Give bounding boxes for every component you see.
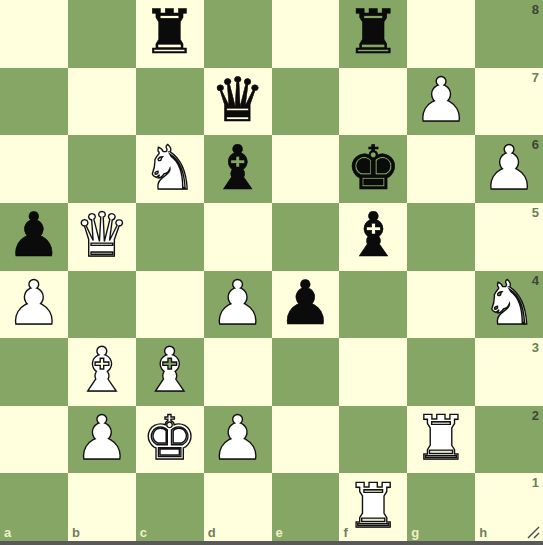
square-b2[interactable]: ♟	[68, 406, 136, 474]
resize-grip-icon[interactable]	[525, 526, 541, 539]
piece-white-pawn[interactable]: ♟	[414, 69, 469, 130]
square-g6[interactable]	[407, 135, 475, 203]
file-label-a: a	[4, 526, 11, 539]
chess-board: ♜♜8♛♟7♞♝♚♟6♟♛♝5♟♟♟♞4♝♝3♟♚♟♜2abcde♜fg1h	[0, 0, 543, 541]
rank-label-3: 3	[532, 341, 539, 354]
square-b7[interactable]	[68, 68, 136, 136]
square-a6[interactable]	[0, 135, 68, 203]
square-g1[interactable]: g	[407, 473, 475, 541]
chess-app-window: ♜♜8♛♟7♞♝♚♟6♟♛♝5♟♟♟♞4♝♝3♟♚♟♜2abcde♜fg1h	[0, 0, 543, 545]
square-e2[interactable]	[272, 406, 340, 474]
file-label-c: c	[140, 526, 147, 539]
square-c7[interactable]	[136, 68, 204, 136]
piece-white-bishop[interactable]: ♝	[74, 339, 129, 400]
square-e7[interactable]	[272, 68, 340, 136]
square-b3[interactable]: ♝	[68, 338, 136, 406]
square-g3[interactable]	[407, 338, 475, 406]
square-h8[interactable]: 8	[475, 0, 543, 68]
square-d5[interactable]	[204, 203, 272, 271]
piece-white-pawn[interactable]: ♟	[7, 272, 62, 333]
piece-white-pawn[interactable]: ♟	[482, 137, 537, 198]
square-h5[interactable]: 5	[475, 203, 543, 271]
square-h4[interactable]: ♞4	[475, 271, 543, 339]
square-f1[interactable]: ♜f	[339, 473, 407, 541]
square-e6[interactable]	[272, 135, 340, 203]
file-label-g: g	[411, 526, 419, 539]
piece-white-bishop[interactable]: ♝	[142, 339, 197, 400]
square-e3[interactable]	[272, 338, 340, 406]
piece-white-knight[interactable]: ♞	[142, 137, 197, 198]
square-d7[interactable]: ♛	[204, 68, 272, 136]
square-e5[interactable]	[272, 203, 340, 271]
square-a1[interactable]: a	[0, 473, 68, 541]
square-b4[interactable]	[68, 271, 136, 339]
piece-white-rook[interactable]: ♜	[414, 407, 469, 468]
piece-black-bishop[interactable]: ♝	[346, 204, 401, 265]
square-g7[interactable]: ♟	[407, 68, 475, 136]
rank-label-6: 6	[532, 138, 539, 151]
square-a3[interactable]	[0, 338, 68, 406]
square-h3[interactable]: 3	[475, 338, 543, 406]
square-f3[interactable]	[339, 338, 407, 406]
piece-white-queen[interactable]: ♛	[74, 204, 129, 265]
square-a5[interactable]: ♟	[0, 203, 68, 271]
square-c8[interactable]: ♜	[136, 0, 204, 68]
square-c5[interactable]	[136, 203, 204, 271]
piece-black-pawn[interactable]: ♟	[278, 272, 333, 333]
file-label-h: h	[479, 526, 487, 539]
piece-black-pawn[interactable]: ♟	[7, 204, 62, 265]
square-a4[interactable]: ♟	[0, 271, 68, 339]
square-c2[interactable]: ♚	[136, 406, 204, 474]
square-d8[interactable]	[204, 0, 272, 68]
piece-white-pawn[interactable]: ♟	[210, 272, 265, 333]
file-label-d: d	[208, 526, 216, 539]
square-f8[interactable]: ♜	[339, 0, 407, 68]
square-c4[interactable]	[136, 271, 204, 339]
square-g5[interactable]	[407, 203, 475, 271]
piece-white-king[interactable]: ♚	[142, 407, 197, 468]
square-b6[interactable]	[68, 135, 136, 203]
rank-label-4: 4	[532, 274, 539, 287]
file-label-f: f	[343, 526, 347, 539]
square-h7[interactable]: 7	[475, 68, 543, 136]
piece-black-rook[interactable]: ♜	[346, 1, 401, 62]
square-a2[interactable]	[0, 406, 68, 474]
square-a7[interactable]	[0, 68, 68, 136]
piece-white-pawn[interactable]: ♟	[74, 407, 129, 468]
square-f4[interactable]	[339, 271, 407, 339]
square-a8[interactable]	[0, 0, 68, 68]
square-h6[interactable]: ♟6	[475, 135, 543, 203]
file-label-b: b	[72, 526, 80, 539]
rank-label-2: 2	[532, 409, 539, 422]
rank-label-7: 7	[532, 71, 539, 84]
window-bottom-edge	[0, 541, 543, 545]
square-b5[interactable]: ♛	[68, 203, 136, 271]
square-g4[interactable]	[407, 271, 475, 339]
square-f2[interactable]	[339, 406, 407, 474]
square-f5[interactable]: ♝	[339, 203, 407, 271]
piece-black-queen[interactable]: ♛	[210, 69, 265, 130]
square-f7[interactable]	[339, 68, 407, 136]
piece-black-king[interactable]: ♚	[346, 137, 401, 198]
square-g2[interactable]: ♜	[407, 406, 475, 474]
file-label-e: e	[276, 526, 283, 539]
rank-label-1: 1	[532, 476, 539, 489]
square-d3[interactable]	[204, 338, 272, 406]
square-e8[interactable]	[272, 0, 340, 68]
square-b1[interactable]: b	[68, 473, 136, 541]
piece-white-knight[interactable]: ♞	[482, 272, 537, 333]
square-b8[interactable]	[68, 0, 136, 68]
square-f6[interactable]: ♚	[339, 135, 407, 203]
rank-label-8: 8	[532, 3, 539, 16]
square-e1[interactable]: e	[272, 473, 340, 541]
square-c3[interactable]: ♝	[136, 338, 204, 406]
piece-black-bishop[interactable]: ♝	[210, 137, 265, 198]
square-d4[interactable]: ♟	[204, 271, 272, 339]
square-h2[interactable]: 2	[475, 406, 543, 474]
square-d6[interactable]: ♝	[204, 135, 272, 203]
square-d1[interactable]: d	[204, 473, 272, 541]
square-c1[interactable]: c	[136, 473, 204, 541]
square-d2[interactable]: ♟	[204, 406, 272, 474]
rank-label-5: 5	[532, 206, 539, 219]
piece-white-pawn[interactable]: ♟	[210, 407, 265, 468]
square-c6[interactable]: ♞	[136, 135, 204, 203]
square-e4[interactable]: ♟	[272, 271, 340, 339]
piece-black-rook[interactable]: ♜	[142, 1, 197, 62]
square-g8[interactable]	[407, 0, 475, 68]
piece-white-rook[interactable]: ♜	[346, 475, 401, 536]
